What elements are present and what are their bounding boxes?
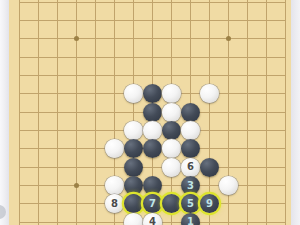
move-number-label: 5 [187,199,194,209]
gomoku-board[interactable]: 63875941 [9,0,291,225]
stone-black [162,121,181,140]
stone-white [162,103,181,122]
grid-line-horizontal [19,75,286,76]
move-number-label: 4 [149,217,156,225]
stone-white [162,139,181,158]
stone-white [200,84,219,103]
stone-black [143,103,162,122]
stone-white-move-8: 8 [105,194,124,213]
background-left-strip [0,0,9,225]
move-number-label: 3 [187,181,194,191]
grid-line-horizontal [19,38,286,39]
grid-line-horizontal [19,57,286,58]
stone-black [162,194,181,213]
stone-white [162,158,181,177]
stone-black [181,139,200,158]
star-point [74,36,79,41]
stone-white [162,84,181,103]
stone-black-move-9: 9 [200,194,219,213]
move-number-label: 9 [206,199,213,209]
stone-black [200,158,219,177]
stone-white [124,84,143,103]
stone-white [181,121,200,140]
stone-black-move-1: 1 [181,213,200,225]
stone-black-move-7: 7 [143,194,162,213]
stone-white [124,121,143,140]
stone-black [181,103,200,122]
background-right-strip [291,0,300,225]
stone-white-move-6: 6 [181,158,200,177]
stone-white [143,121,162,140]
stone-white-move-4: 4 [143,213,162,225]
stone-black [124,158,143,177]
stone-white [124,213,143,225]
move-number-label: 6 [187,162,194,172]
stone-black [124,194,143,213]
stone-black [143,139,162,158]
stone-white [105,176,124,195]
stone-black [124,176,143,195]
move-number-label: 1 [187,217,194,225]
star-point [226,36,231,41]
stone-white [219,176,238,195]
grid-line-horizontal [19,167,286,168]
star-point [74,183,79,188]
move-number-label: 8 [111,199,118,209]
move-number-label: 7 [149,199,156,209]
grid-line-horizontal [19,2,286,3]
stone-black [143,176,162,195]
grid-line-horizontal [19,20,286,21]
stone-black [124,139,143,158]
stone-white [105,139,124,158]
stone-black-move-3: 3 [181,176,200,195]
stone-black-move-5: 5 [181,194,200,213]
gomoku-app-screenshot: 63875941 [0,0,300,225]
stone-black [143,84,162,103]
